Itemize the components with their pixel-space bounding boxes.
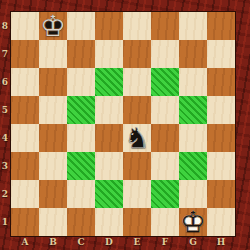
square-c8[interactable] bbox=[67, 12, 95, 40]
rank-label-2: 2 bbox=[0, 189, 11, 199]
square-c1[interactable] bbox=[67, 208, 95, 236]
square-a1[interactable] bbox=[11, 208, 39, 236]
file-label-A: A bbox=[19, 237, 31, 247]
square-h3[interactable] bbox=[207, 152, 235, 180]
white-king-outline: ♔ bbox=[179, 208, 207, 236]
black-king-outline: ♔ bbox=[39, 12, 67, 40]
square-e5[interactable] bbox=[123, 96, 151, 124]
square-a2[interactable] bbox=[11, 180, 39, 208]
square-f6-highlighted[interactable] bbox=[151, 68, 179, 96]
square-e1[interactable] bbox=[123, 208, 151, 236]
chess-board: ♚♔♞♘♚♔ bbox=[11, 12, 235, 236]
square-e3[interactable] bbox=[123, 152, 151, 180]
square-a4[interactable] bbox=[11, 124, 39, 152]
square-c6[interactable] bbox=[67, 68, 95, 96]
square-g4[interactable] bbox=[179, 124, 207, 152]
square-b6[interactable] bbox=[39, 68, 67, 96]
square-b2[interactable] bbox=[39, 180, 67, 208]
square-c5-highlighted[interactable] bbox=[67, 96, 95, 124]
square-d3[interactable] bbox=[95, 152, 123, 180]
file-label-H: H bbox=[215, 237, 227, 247]
rank-label-1: 1 bbox=[0, 217, 11, 227]
rank-label-7: 7 bbox=[0, 49, 11, 59]
square-d7[interactable] bbox=[95, 40, 123, 68]
piece-white-king[interactable]: ♚♔ bbox=[179, 208, 207, 236]
file-label-B: B bbox=[47, 237, 59, 247]
square-b7[interactable] bbox=[39, 40, 67, 68]
square-g8[interactable] bbox=[179, 12, 207, 40]
square-g3-highlighted[interactable] bbox=[179, 152, 207, 180]
piece-black-king[interactable]: ♚♔ bbox=[39, 12, 67, 40]
square-h2[interactable] bbox=[207, 180, 235, 208]
square-f5[interactable] bbox=[151, 96, 179, 124]
square-e6[interactable] bbox=[123, 68, 151, 96]
square-f3[interactable] bbox=[151, 152, 179, 180]
square-g2[interactable] bbox=[179, 180, 207, 208]
square-a6[interactable] bbox=[11, 68, 39, 96]
square-f4[interactable] bbox=[151, 124, 179, 152]
square-h5[interactable] bbox=[207, 96, 235, 124]
file-label-F: F bbox=[159, 237, 171, 247]
square-g7[interactable] bbox=[179, 40, 207, 68]
rank-label-3: 3 bbox=[0, 161, 11, 171]
square-c3-highlighted[interactable] bbox=[67, 152, 95, 180]
square-g6[interactable] bbox=[179, 68, 207, 96]
square-c4[interactable] bbox=[67, 124, 95, 152]
rank-label-8: 8 bbox=[0, 21, 11, 31]
square-a7[interactable] bbox=[11, 40, 39, 68]
square-h1[interactable] bbox=[207, 208, 235, 236]
file-label-D: D bbox=[103, 237, 115, 247]
square-e7[interactable] bbox=[123, 40, 151, 68]
file-label-C: C bbox=[75, 237, 87, 247]
square-c7[interactable] bbox=[67, 40, 95, 68]
square-a3[interactable] bbox=[11, 152, 39, 180]
square-h6[interactable] bbox=[207, 68, 235, 96]
square-b4[interactable] bbox=[39, 124, 67, 152]
square-h7[interactable] bbox=[207, 40, 235, 68]
square-d5[interactable] bbox=[95, 96, 123, 124]
square-d4[interactable] bbox=[95, 124, 123, 152]
square-h4[interactable] bbox=[207, 124, 235, 152]
chess-board-frame: ♚♔♞♘♚♔ 87654321ABCDEFGH bbox=[0, 0, 250, 250]
file-label-G: G bbox=[187, 237, 199, 247]
square-d8[interactable] bbox=[95, 12, 123, 40]
square-b3[interactable] bbox=[39, 152, 67, 180]
square-c2[interactable] bbox=[67, 180, 95, 208]
black-knight-outline: ♘ bbox=[123, 124, 151, 152]
square-e8[interactable] bbox=[123, 12, 151, 40]
rank-label-4: 4 bbox=[0, 133, 11, 143]
square-a5[interactable] bbox=[11, 96, 39, 124]
square-d2-highlighted[interactable] bbox=[95, 180, 123, 208]
rank-label-6: 6 bbox=[0, 77, 11, 87]
square-f2-highlighted[interactable] bbox=[151, 180, 179, 208]
file-label-E: E bbox=[131, 237, 143, 247]
piece-black-knight[interactable]: ♞♘ bbox=[123, 124, 151, 152]
square-h8[interactable] bbox=[207, 12, 235, 40]
square-d1[interactable] bbox=[95, 208, 123, 236]
square-d6-highlighted[interactable] bbox=[95, 68, 123, 96]
square-f8[interactable] bbox=[151, 12, 179, 40]
square-g5-highlighted[interactable] bbox=[179, 96, 207, 124]
square-f1[interactable] bbox=[151, 208, 179, 236]
square-f7[interactable] bbox=[151, 40, 179, 68]
rank-label-5: 5 bbox=[0, 105, 11, 115]
square-e2[interactable] bbox=[123, 180, 151, 208]
square-b5[interactable] bbox=[39, 96, 67, 124]
square-b1[interactable] bbox=[39, 208, 67, 236]
square-a8[interactable] bbox=[11, 12, 39, 40]
